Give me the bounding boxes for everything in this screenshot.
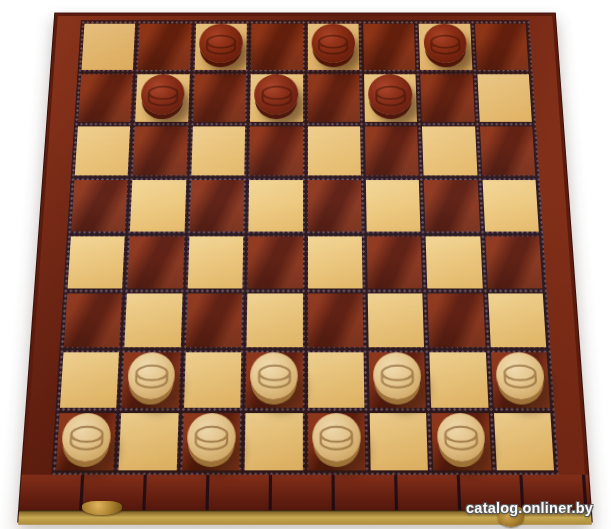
square-r6c2[interactable] xyxy=(125,293,183,347)
square-r7c4[interactable]: ⛀ xyxy=(246,352,303,408)
square-r1c7[interactable]: ⛀ xyxy=(419,24,472,70)
board-grid: ⛀⛀⛀⛀⛀⛀⛀⛀⛀⛀⛀⛀⛀⛀ xyxy=(51,20,558,474)
square-r5c1[interactable] xyxy=(68,236,125,288)
square-r3c5[interactable] xyxy=(307,127,360,176)
square-r5c7[interactable] xyxy=(426,236,483,288)
square-r1c6[interactable] xyxy=(363,24,415,70)
checkers-board: ⛀⛀⛀⛀⛀⛀⛀⛀⛀⛀⛀⛀⛀⛀ xyxy=(17,13,593,523)
dark-red-checker[interactable]: ⛀ xyxy=(199,24,243,63)
square-r2c1[interactable] xyxy=(78,74,133,122)
square-r7c7[interactable] xyxy=(430,352,489,408)
square-r2c7[interactable] xyxy=(421,74,475,122)
square-r6c4[interactable] xyxy=(247,293,303,347)
checker-ring-glyph: ⛀ xyxy=(67,414,107,459)
square-r4c4[interactable] xyxy=(248,180,302,231)
square-r3c7[interactable] xyxy=(422,127,477,176)
square-r4c7[interactable] xyxy=(424,180,480,231)
square-r3c4[interactable] xyxy=(249,127,302,176)
square-r6c3[interactable] xyxy=(186,293,243,347)
square-r3c3[interactable] xyxy=(191,127,245,176)
square-r1c3[interactable]: ⛀ xyxy=(194,24,247,70)
square-r8c3[interactable]: ⛀ xyxy=(182,413,241,470)
square-r5c3[interactable] xyxy=(188,236,244,288)
light-wood-checker[interactable]: ⛀ xyxy=(187,413,236,461)
light-wood-checker[interactable]: ⛀ xyxy=(312,413,360,461)
square-r2c8[interactable] xyxy=(477,74,532,122)
photo-scene: ⛀⛀⛀⛀⛀⛀⛀⛀⛀⛀⛀⛀⛀⛀ catalog.onliner.by xyxy=(0,0,611,529)
square-r7c2[interactable]: ⛀ xyxy=(122,352,181,408)
square-r7c1[interactable] xyxy=(60,352,119,408)
checker-ring-glyph: ⛀ xyxy=(316,24,350,61)
square-r2c6[interactable]: ⛀ xyxy=(364,74,417,122)
square-r1c2[interactable] xyxy=(138,24,191,70)
square-r4c8[interactable] xyxy=(482,180,539,231)
watermark: catalog.onliner.by xyxy=(466,500,593,516)
square-r8c8[interactable] xyxy=(494,413,554,470)
square-r6c5[interactable] xyxy=(308,293,364,347)
square-r1c1[interactable] xyxy=(81,24,135,70)
checker-ring-glyph: ⛀ xyxy=(500,353,539,397)
checker-ring-glyph: ⛀ xyxy=(378,353,415,397)
light-wood-checker[interactable]: ⛀ xyxy=(436,413,486,461)
dark-red-checker[interactable]: ⛀ xyxy=(254,75,298,115)
square-r3c6[interactable] xyxy=(365,127,419,176)
light-wood-checker[interactable]: ⛀ xyxy=(250,352,298,399)
light-wood-checker[interactable]: ⛀ xyxy=(495,352,545,399)
square-r2c4[interactable]: ⛀ xyxy=(250,74,303,122)
square-r1c4[interactable] xyxy=(251,24,303,70)
square-r8c6[interactable] xyxy=(370,413,429,470)
square-r1c5[interactable]: ⛀ xyxy=(307,24,359,70)
light-wood-checker[interactable]: ⛀ xyxy=(61,413,112,461)
square-r2c2[interactable]: ⛀ xyxy=(135,74,189,122)
checker-ring-glyph: ⛀ xyxy=(192,414,230,459)
dark-red-checker[interactable]: ⛀ xyxy=(368,75,413,115)
square-r5c4[interactable] xyxy=(248,236,303,288)
checker-ring-glyph: ⛀ xyxy=(204,24,238,61)
checker-ring-glyph: ⛀ xyxy=(145,75,180,113)
square-r3c1[interactable] xyxy=(75,127,131,176)
dark-red-checker[interactable]: ⛀ xyxy=(140,75,185,115)
checker-ring-glyph: ⛀ xyxy=(132,353,170,397)
dark-red-checker[interactable]: ⛀ xyxy=(311,24,354,63)
square-r6c1[interactable] xyxy=(64,293,122,347)
checker-ring-glyph: ⛀ xyxy=(256,353,293,397)
square-r7c6[interactable]: ⛀ xyxy=(369,352,427,408)
square-r5c5[interactable] xyxy=(307,236,362,288)
checker-ring-glyph: ⛀ xyxy=(428,24,463,61)
light-wood-checker[interactable]: ⛀ xyxy=(127,352,176,399)
square-r2c3[interactable] xyxy=(193,74,246,122)
dark-red-checker[interactable]: ⛀ xyxy=(423,24,468,63)
square-r4c3[interactable] xyxy=(189,180,244,231)
square-r8c2[interactable] xyxy=(119,413,179,470)
square-r1c8[interactable] xyxy=(475,24,529,70)
square-r4c1[interactable] xyxy=(71,180,128,231)
square-r4c6[interactable] xyxy=(366,180,421,231)
square-r4c5[interactable] xyxy=(307,180,361,231)
square-r6c6[interactable] xyxy=(368,293,425,347)
square-r5c2[interactable] xyxy=(128,236,185,288)
square-r8c4[interactable] xyxy=(245,413,303,470)
checker-ring-glyph: ⛀ xyxy=(318,414,355,459)
brass-clasp-icon xyxy=(82,501,122,515)
light-wood-checker[interactable]: ⛀ xyxy=(373,352,421,399)
square-r5c6[interactable] xyxy=(367,236,423,288)
square-r8c7[interactable]: ⛀ xyxy=(432,413,492,470)
checker-ring-glyph: ⛀ xyxy=(373,75,408,113)
square-r8c1[interactable]: ⛀ xyxy=(56,413,116,470)
square-r3c8[interactable] xyxy=(480,127,536,176)
square-r4c2[interactable] xyxy=(130,180,186,231)
square-r7c3[interactable] xyxy=(184,352,242,408)
square-r6c8[interactable] xyxy=(488,293,546,347)
square-r5c8[interactable] xyxy=(485,236,542,288)
checker-ring-glyph: ⛀ xyxy=(259,75,293,113)
checker-ring-glyph: ⛀ xyxy=(442,414,481,459)
square-r8c5[interactable]: ⛀ xyxy=(308,413,366,470)
square-r7c8[interactable]: ⛀ xyxy=(491,352,550,408)
square-r2c5[interactable] xyxy=(307,74,360,122)
square-r6c7[interactable] xyxy=(428,293,486,347)
square-r3c2[interactable] xyxy=(133,127,188,176)
square-r7c5[interactable] xyxy=(308,352,365,408)
